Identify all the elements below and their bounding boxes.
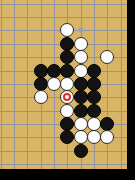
black-stone[interactable] [87, 90, 101, 104]
black-stone[interactable] [60, 50, 74, 64]
white-stone[interactable] [100, 50, 114, 64]
white-stone[interactable] [74, 117, 88, 131]
white-stone[interactable] [100, 130, 114, 144]
white-stone[interactable] [87, 130, 101, 144]
white-stone[interactable] [60, 104, 74, 118]
black-stone[interactable] [60, 117, 74, 131]
crop-margin-bottom [0, 169, 135, 180]
black-stone[interactable] [74, 90, 88, 104]
black-stone[interactable] [60, 64, 74, 78]
white-stone[interactable] [60, 77, 74, 91]
grid-line-horizontal [0, 151, 127, 152]
black-stone[interactable] [74, 104, 88, 118]
go-diagram [0, 0, 135, 180]
white-stone[interactable] [60, 23, 74, 37]
black-stone[interactable] [34, 64, 48, 78]
crop-margin-right [127, 0, 135, 180]
black-stone[interactable] [100, 117, 114, 131]
white-stone[interactable] [87, 117, 101, 131]
black-stone[interactable] [87, 104, 101, 118]
white-stone[interactable] [47, 77, 61, 91]
black-stone[interactable] [74, 144, 88, 158]
black-stone[interactable] [74, 77, 88, 91]
white-stone[interactable] [74, 37, 88, 51]
grid-line-horizontal [0, 17, 127, 18]
black-stone[interactable] [60, 130, 74, 144]
black-stone[interactable] [87, 64, 101, 78]
black-stone[interactable] [34, 77, 48, 91]
black-stone[interactable] [47, 64, 61, 78]
black-stone[interactable] [87, 77, 101, 91]
white-stone[interactable] [34, 90, 48, 104]
white-stone[interactable] [74, 64, 88, 78]
white-stone[interactable] [60, 90, 74, 104]
black-stone[interactable] [60, 37, 74, 51]
grid-line-horizontal [0, 4, 127, 5]
last-move-marker-circle [63, 93, 71, 101]
white-stone[interactable] [74, 50, 88, 64]
hoshi-star-point [77, 27, 84, 34]
grid-line-horizontal [0, 164, 127, 165]
go-board[interactable] [0, 0, 127, 169]
white-stone[interactable] [74, 130, 88, 144]
